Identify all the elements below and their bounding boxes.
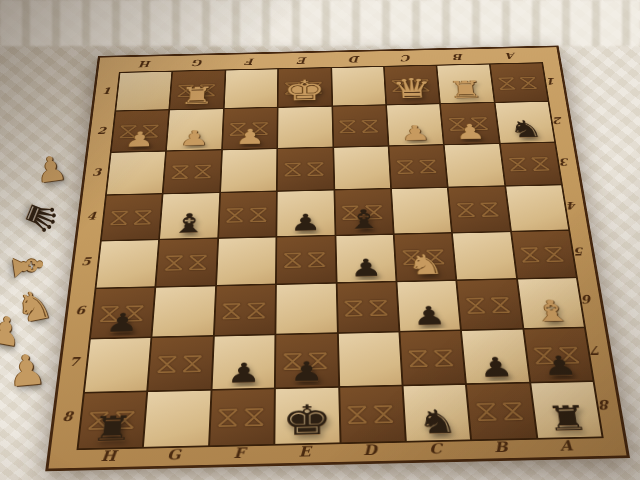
- captured-white-pawn: ♟: [34, 150, 69, 188]
- captured-pieces: ♟♛♝♞♟♟: [0, 0, 640, 480]
- chess-photo-scene: HGFEDCBA HGFEDCBA 12345678 12345678 ♜♚♛♜…: [0, 0, 640, 480]
- captured-white-pawn: ♟: [6, 348, 47, 393]
- captured-black-queen: ♛: [17, 194, 65, 240]
